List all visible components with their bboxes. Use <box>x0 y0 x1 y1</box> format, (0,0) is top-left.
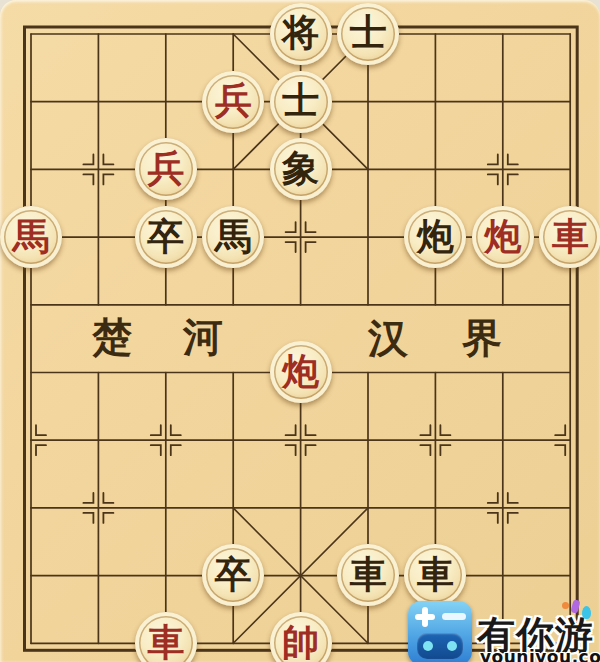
controller-button-icon <box>423 641 433 651</box>
xiangqi-board: 楚 河 汉 界 将士兵士兵象馬卒馬炮炮車炮卒車車車帥 有你游 youniyou.… <box>0 0 600 662</box>
watermark-url-text: youniyou.com <box>480 647 600 662</box>
piece-red-cannon[interactable]: 炮 <box>472 206 534 268</box>
controller-button-icon <box>447 641 457 651</box>
plus-icon <box>415 614 435 620</box>
piece-black-horse[interactable]: 馬 <box>202 206 264 268</box>
piece-red-soldier[interactable]: 兵 <box>135 138 197 200</box>
sparkle-drop-icon <box>582 606 591 619</box>
piece-black-advisor[interactable]: 士 <box>270 71 332 133</box>
piece-black-elephant[interactable]: 象 <box>270 138 332 200</box>
piece-red-cannon[interactable]: 炮 <box>270 341 332 403</box>
piece-red-chariot[interactable]: 車 <box>539 206 600 268</box>
bar-icon <box>442 613 466 620</box>
piece-black-soldier[interactable]: 卒 <box>202 544 264 606</box>
piece-black-soldier[interactable]: 卒 <box>135 206 197 268</box>
gamepad-logo-icon <box>408 601 472 662</box>
sparkle-dot-icon <box>562 602 569 609</box>
piece-grid: 将士兵士兵象馬卒馬炮炮車炮卒車車車帥 <box>0 0 600 662</box>
piece-black-chariot[interactable]: 車 <box>337 544 399 606</box>
piece-red-soldier[interactable]: 兵 <box>202 71 264 133</box>
controller-body-icon <box>417 633 463 659</box>
piece-black-advisor[interactable]: 士 <box>337 3 399 65</box>
piece-black-chariot[interactable]: 車 <box>404 544 466 606</box>
piece-red-general[interactable]: 帥 <box>270 612 332 662</box>
piece-black-general[interactable]: 将 <box>270 3 332 65</box>
piece-red-horse[interactable]: 馬 <box>0 206 62 268</box>
piece-red-chariot[interactable]: 車 <box>135 612 197 662</box>
piece-black-cannon[interactable]: 炮 <box>404 206 466 268</box>
